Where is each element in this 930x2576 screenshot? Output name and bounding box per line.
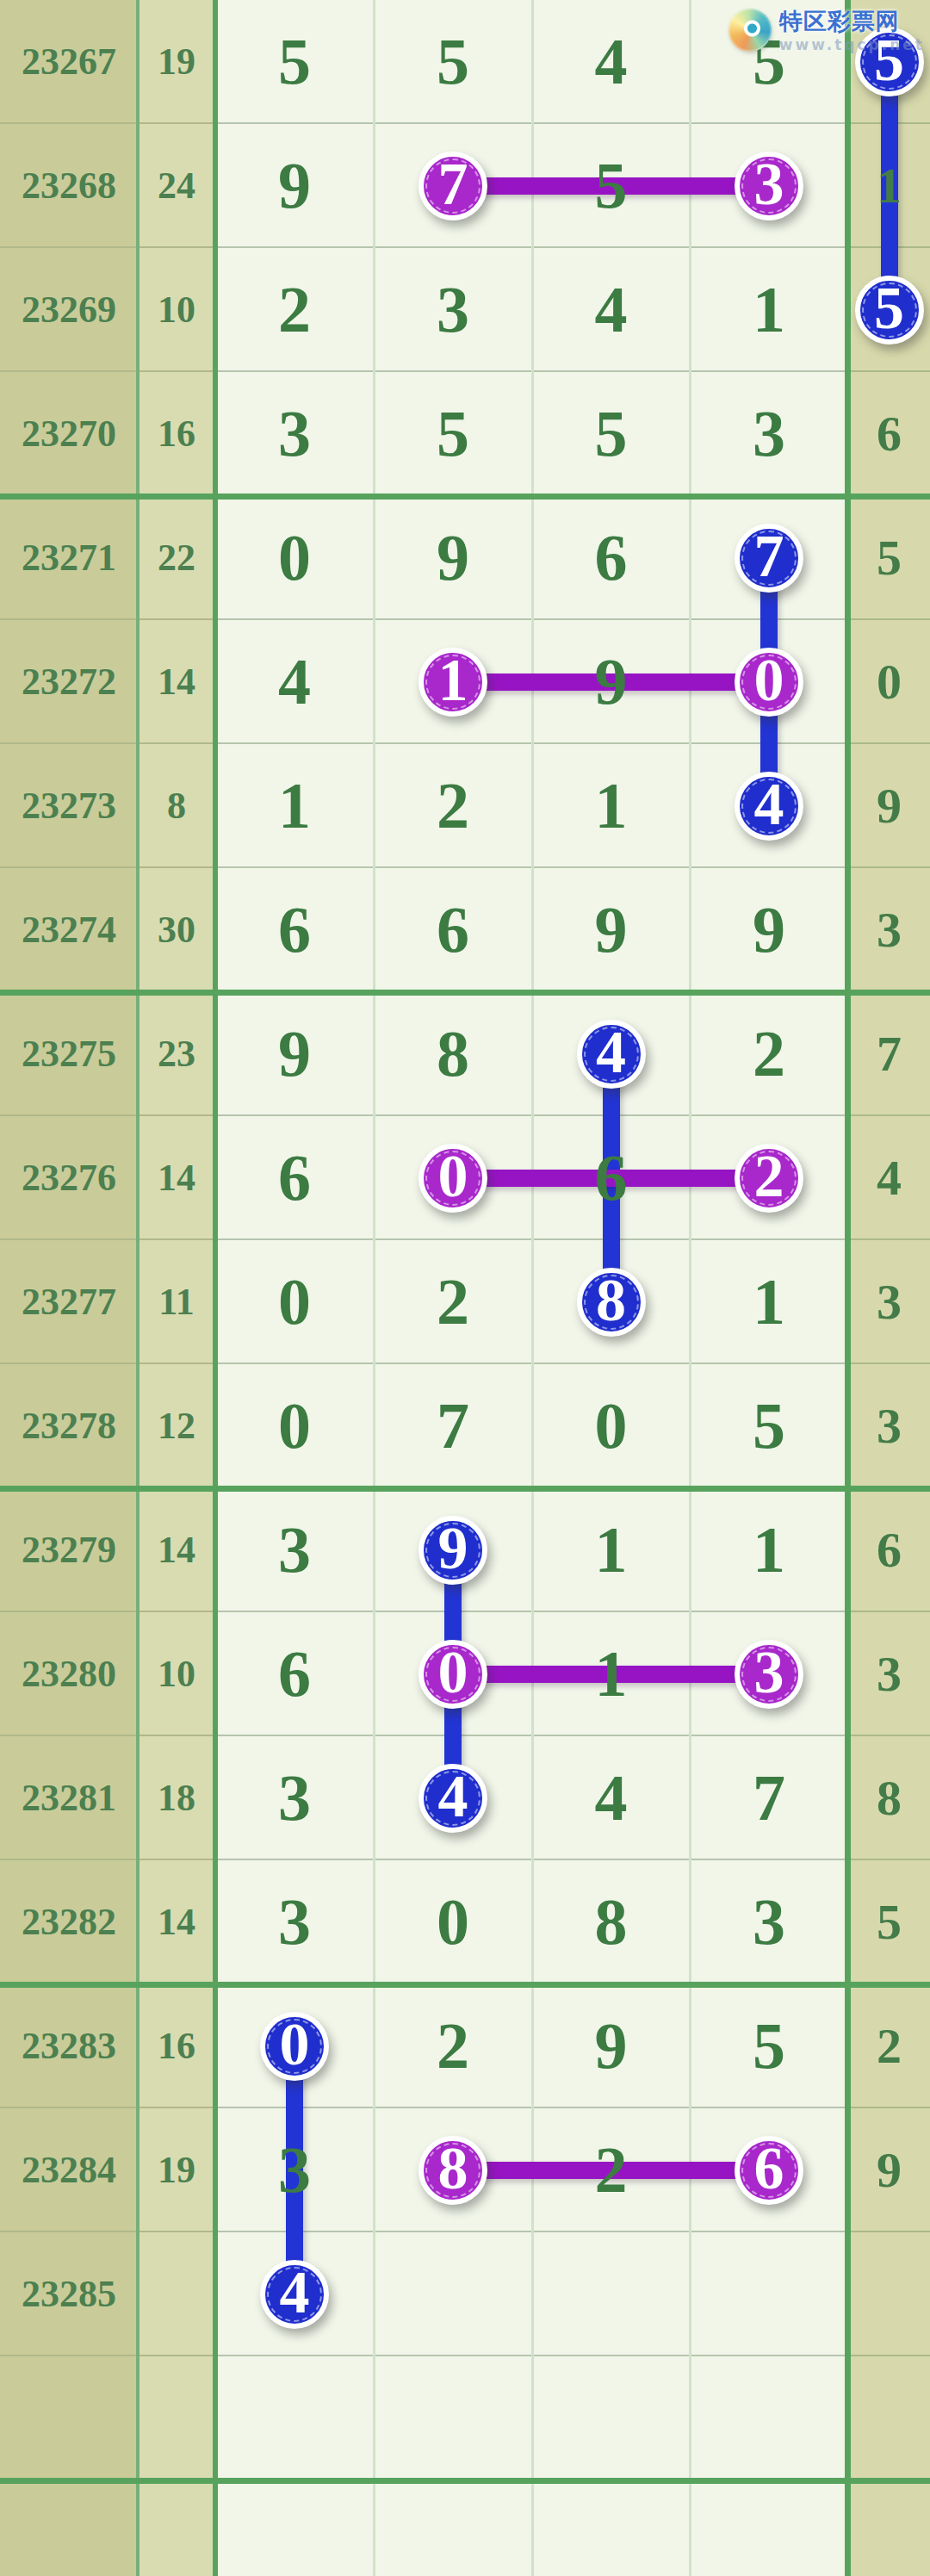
- cell-period-23281: 23281: [0, 1736, 138, 1860]
- purple-circle-mark: 6: [735, 2136, 803, 2205]
- purple-circle-mark: 3: [735, 152, 803, 220]
- drawn-digit: 5: [753, 2008, 785, 2083]
- cell-f-empty-20: [848, 2480, 930, 2576]
- cell-sum-23267: 19: [138, 0, 215, 124]
- cell-d4-23282: 3: [690, 1860, 848, 1984]
- sum-value: 19: [158, 40, 195, 84]
- drawn-digit: 2: [437, 1264, 469, 1339]
- cell-f-23274: 3: [848, 868, 930, 992]
- cell-d2-23277: 2: [374, 1240, 532, 1364]
- cell-d1-23271: 0: [215, 496, 374, 620]
- period-label: 23274: [22, 908, 116, 952]
- cell-d4-23281: 7: [690, 1736, 848, 1860]
- cell-sum-23285: [138, 2232, 215, 2356]
- lottery-trend-chart-board: 2326719554552326824975312326910234152327…: [0, 0, 930, 2576]
- drawn-digit: 9: [753, 892, 785, 967]
- drawn-digit: 6: [877, 1521, 902, 1579]
- sum-value: 11: [158, 1280, 195, 1324]
- drawn-digit: 9: [278, 1016, 311, 1091]
- cell-d2-23285: [374, 2232, 532, 2356]
- cell-d1-23279: 3: [215, 1488, 374, 1612]
- cell-d4-23283: 5: [690, 1984, 848, 2108]
- cell-sum-23269: 10: [138, 248, 215, 372]
- drawn-digit: 6: [278, 892, 311, 967]
- purple-circle-mark: 3: [735, 1640, 803, 1709]
- group-divider: [0, 990, 930, 996]
- cell-d3-23274: 9: [532, 868, 690, 992]
- cell-d3-23271: 6: [532, 496, 690, 620]
- drawn-digit: 0: [278, 520, 311, 595]
- cell-d2-23274: 6: [374, 868, 532, 992]
- drawn-digit: 2: [437, 2008, 469, 2083]
- drawn-digit: 5: [877, 1893, 902, 1951]
- drawn-digit: 6: [437, 892, 469, 967]
- cell-sum-23277: 11: [138, 1240, 215, 1364]
- drawn-digit: 8: [877, 1769, 902, 1827]
- cell-sum-empty-20: [138, 2480, 215, 2576]
- circled-digit: 8: [438, 2138, 468, 2199]
- sum-value: 24: [158, 164, 195, 208]
- cell-d1-23267: 5: [215, 0, 374, 124]
- sum-value: 14: [158, 660, 195, 704]
- sum-value: 14: [158, 1156, 195, 1200]
- circled-digit: 2: [754, 1146, 784, 1207]
- drawn-digit: 5: [595, 396, 628, 471]
- cell-period-empty-19: [0, 2356, 138, 2480]
- cell-d3-23281: 4: [532, 1736, 690, 1860]
- cell-d4-23277: 1: [690, 1240, 848, 1364]
- drawn-digit: 3: [753, 1884, 785, 1959]
- cell-d1-23272: 4: [215, 620, 374, 744]
- drawn-digit: 7: [877, 1025, 902, 1083]
- cell-period-23280: 23280: [0, 1612, 138, 1736]
- drawn-digit: 5: [278, 24, 311, 99]
- cell-sum-23271: 22: [138, 496, 215, 620]
- drawn-digit: 3: [278, 2132, 311, 2207]
- drawn-digit: 8: [437, 1016, 469, 1091]
- cell-d3-23273: 1: [532, 744, 690, 868]
- cell-f-23284: 9: [848, 2108, 930, 2232]
- cell-d1-23280: 6: [215, 1612, 374, 1736]
- sum-value: 12: [158, 1404, 195, 1448]
- cell-period-23270: 23270: [0, 372, 138, 496]
- sum-value: 10: [158, 288, 195, 332]
- drawn-digit: 5: [437, 24, 469, 99]
- cell-d1-23274: 6: [215, 868, 374, 992]
- purple-circle-mark: 0: [418, 1144, 487, 1213]
- blue-circle-mark: 4: [735, 772, 803, 841]
- drawn-digit: 9: [877, 777, 902, 835]
- cell-period-23282: 23282: [0, 1860, 138, 1984]
- cell-period-empty-20: [0, 2480, 138, 2576]
- period-label: 23278: [22, 1404, 116, 1448]
- cell-f-23275: 7: [848, 992, 930, 1116]
- circled-digit: 8: [596, 1270, 626, 1331]
- column-separator: [531, 0, 534, 2576]
- cell-d4-23285: [690, 2232, 848, 2356]
- cell-period-23278: 23278: [0, 1364, 138, 1488]
- drawn-digit: 3: [753, 396, 785, 471]
- period-label: 23281: [22, 1776, 116, 1820]
- drawn-digit: 5: [753, 1388, 785, 1463]
- drawn-digit: 9: [437, 520, 469, 595]
- sum-value: 16: [158, 2024, 195, 2068]
- drawn-digit: 3: [437, 272, 469, 347]
- sum-value: 18: [158, 1776, 195, 1820]
- sum-value: 30: [158, 908, 195, 952]
- drawn-digit: 2: [877, 2017, 902, 2075]
- drawn-digit: 3: [877, 1397, 902, 1455]
- drawn-digit: 6: [278, 1140, 311, 1215]
- circled-digit: 4: [438, 1766, 468, 1827]
- circled-digit: 7: [754, 526, 784, 587]
- cell-d3-empty-19: [532, 2356, 690, 2480]
- drawn-digit: 4: [278, 644, 311, 719]
- cell-period-23269: 23269: [0, 248, 138, 372]
- drawn-digit: 4: [877, 1149, 902, 1207]
- cell-d1-23277: 0: [215, 1240, 374, 1364]
- drawn-digit: 0: [278, 1264, 311, 1339]
- cell-f-23285: [848, 2232, 930, 2356]
- drawn-digit: 3: [278, 396, 311, 471]
- cell-d4-23278: 5: [690, 1364, 848, 1488]
- cell-d2-23283: 2: [374, 1984, 532, 2108]
- drawn-digit: 1: [278, 768, 311, 843]
- blue-circle-mark: 5: [855, 276, 924, 345]
- purple-circle-mark: 0: [418, 1640, 487, 1709]
- cell-sum-23284: 19: [138, 2108, 215, 2232]
- drawn-digit: 5: [877, 529, 902, 587]
- column-separator: [373, 0, 375, 2576]
- cell-sum-23270: 16: [138, 372, 215, 496]
- drawn-digit: 3: [877, 1645, 902, 1703]
- cell-period-23267: 23267: [0, 0, 138, 124]
- drawn-digit: 6: [595, 520, 628, 595]
- cell-period-23276: 23276: [0, 1116, 138, 1240]
- cell-d4-23279: 1: [690, 1488, 848, 1612]
- drawn-digit: 1: [595, 1512, 628, 1587]
- circled-digit: 3: [754, 154, 784, 214]
- site-logo: 特区彩票网 www.tqcp.net: [728, 9, 925, 53]
- cell-period-23272: 23272: [0, 620, 138, 744]
- cell-period-23271: 23271: [0, 496, 138, 620]
- drawn-digit: 9: [877, 2141, 902, 2199]
- sum-value: 14: [158, 1900, 195, 1944]
- cell-sum-23273: 8: [138, 744, 215, 868]
- drawn-digit: 2: [278, 272, 311, 347]
- cell-d2-23267: 5: [374, 0, 532, 124]
- circled-digit: 1: [438, 650, 468, 711]
- purple-circle-mark: 1: [418, 648, 487, 717]
- period-label: 23270: [22, 412, 116, 456]
- group-divider: [0, 1486, 930, 1492]
- cell-f-23282: 5: [848, 1860, 930, 1984]
- drawn-digit: 1: [753, 1264, 785, 1339]
- cell-d3-23269: 4: [532, 248, 690, 372]
- group-divider: [0, 1982, 930, 1988]
- cell-d2-23269: 3: [374, 248, 532, 372]
- cell-d3-23279: 1: [532, 1488, 690, 1612]
- cell-d2-23270: 5: [374, 372, 532, 496]
- drawn-digit: 5: [437, 396, 469, 471]
- cell-sum-23278: 12: [138, 1364, 215, 1488]
- cell-period-23279: 23279: [0, 1488, 138, 1612]
- drawn-digit: 9: [595, 2008, 628, 2083]
- cell-d4-23270: 3: [690, 372, 848, 496]
- drawn-digit: 4: [595, 272, 628, 347]
- blue-circle-mark: 9: [418, 1516, 487, 1585]
- cell-d3-23267: 4: [532, 0, 690, 124]
- circled-digit: 0: [754, 650, 784, 711]
- cell-f-23271: 5: [848, 496, 930, 620]
- site-name: 特区彩票网: [779, 9, 925, 34]
- cell-sum-23282: 14: [138, 1860, 215, 1984]
- cell-d3-23283: 9: [532, 1984, 690, 2108]
- sum-value: 16: [158, 412, 195, 456]
- drawn-digit: 2: [437, 768, 469, 843]
- drawn-digit: 9: [595, 892, 628, 967]
- period-label: 23272: [22, 660, 116, 704]
- site-watermark: www.tqcp.net: [779, 36, 925, 53]
- cell-d4-empty-19: [690, 2356, 848, 2480]
- cell-sum-23274: 30: [138, 868, 215, 992]
- blue-circle-mark: 8: [577, 1268, 646, 1337]
- logo-text-block: 特区彩票网 www.tqcp.net: [779, 9, 925, 53]
- cell-sum-23272: 14: [138, 620, 215, 744]
- cell-period-23277: 23277: [0, 1240, 138, 1364]
- cell-period-23275: 23275: [0, 992, 138, 1116]
- drawn-digit: 3: [278, 1884, 311, 1959]
- cell-f-23278: 3: [848, 1364, 930, 1488]
- cell-sum-23283: 16: [138, 1984, 215, 2108]
- cell-f-23276: 4: [848, 1116, 930, 1240]
- blue-circle-mark: 4: [260, 2260, 329, 2329]
- drawn-digit: 3: [278, 1760, 311, 1835]
- drawn-digit: 7: [437, 1388, 469, 1463]
- drawn-digit: 3: [877, 901, 902, 959]
- drawn-digit: 8: [595, 1884, 628, 1959]
- column-separator: [213, 0, 218, 2576]
- drawn-digit: 0: [595, 1388, 628, 1463]
- drawn-digit: 4: [595, 1760, 628, 1835]
- cell-d4-23274: 9: [690, 868, 848, 992]
- blue-circle-mark: 7: [735, 524, 803, 593]
- period-label: 23282: [22, 1900, 116, 1944]
- rainbow-spiral-icon: [728, 9, 772, 52]
- circled-digit: 9: [438, 1518, 468, 1579]
- cell-sum-23279: 14: [138, 1488, 215, 1612]
- cell-d2-23282: 0: [374, 1860, 532, 1984]
- cell-sum-23281: 18: [138, 1736, 215, 1860]
- cell-d1-23276: 6: [215, 1116, 374, 1240]
- drawn-digit: 1: [595, 1636, 628, 1711]
- period-label: 23271: [22, 536, 116, 580]
- cell-d2-empty-20: [374, 2480, 532, 2576]
- sum-value: 8: [167, 784, 186, 828]
- blue-circle-mark: 0: [260, 2012, 329, 2081]
- period-label: 23277: [22, 1280, 116, 1324]
- cell-d4-23269: 1: [690, 248, 848, 372]
- drawn-digit: 0: [278, 1388, 311, 1463]
- cell-d3-empty-20: [532, 2480, 690, 2576]
- purple-circle-mark: 0: [735, 648, 803, 717]
- drawn-digit: 9: [595, 644, 628, 719]
- cell-period-23283: 23283: [0, 1984, 138, 2108]
- circled-digit: 6: [754, 2138, 784, 2199]
- drawn-digit: 5: [595, 148, 628, 223]
- purple-circle-mark: 7: [418, 152, 487, 220]
- cell-f-23270: 6: [848, 372, 930, 496]
- drawn-digit: 2: [595, 2132, 628, 2207]
- cell-d4-23275: 2: [690, 992, 848, 1116]
- sum-value: 23: [158, 1032, 195, 1076]
- cell-sum-23268: 24: [138, 124, 215, 248]
- cell-d2-23271: 9: [374, 496, 532, 620]
- cell-sum-23280: 10: [138, 1612, 215, 1736]
- cell-d1-empty-20: [215, 2480, 374, 2576]
- column-separator: [136, 0, 139, 2576]
- drawn-digit: 0: [877, 653, 902, 711]
- group-divider: [0, 493, 930, 500]
- drawn-digit: 1: [595, 768, 628, 843]
- period-label: 23275: [22, 1032, 116, 1076]
- drawn-digit: 2: [753, 1016, 785, 1091]
- circled-digit: 0: [438, 1642, 468, 1703]
- period-label: 23267: [22, 40, 116, 84]
- cell-d1-23273: 1: [215, 744, 374, 868]
- circled-digit: 3: [754, 1642, 784, 1703]
- cell-d2-23273: 2: [374, 744, 532, 868]
- cell-d1-23282: 3: [215, 1860, 374, 1984]
- drawn-digit: 6: [877, 405, 902, 462]
- drawn-digit: 9: [278, 148, 311, 223]
- drawn-digit: 3: [877, 1273, 902, 1331]
- cell-d3-23285: [532, 2232, 690, 2356]
- cell-d1-23278: 0: [215, 1364, 374, 1488]
- cell-d1-23268: 9: [215, 124, 374, 248]
- circled-digit: 4: [596, 1022, 626, 1083]
- cell-period-23284: 23284: [0, 2108, 138, 2232]
- period-label: 23276: [22, 1156, 116, 1200]
- drawn-digit: 3: [278, 1512, 311, 1587]
- period-label: 23284: [22, 2148, 116, 2192]
- circled-digit: 0: [280, 2014, 310, 2075]
- cell-d2-23278: 7: [374, 1364, 532, 1488]
- cell-d2-empty-19: [374, 2356, 532, 2480]
- sum-value: 22: [158, 536, 195, 580]
- period-label: 23279: [22, 1528, 116, 1572]
- cell-f-23273: 9: [848, 744, 930, 868]
- period-label: 23283: [22, 2024, 116, 2068]
- circled-digit: 5: [874, 278, 904, 338]
- cell-sum-empty-19: [138, 2356, 215, 2480]
- cell-d1-empty-19: [215, 2356, 374, 2480]
- drawn-digit: 1: [753, 272, 785, 347]
- blue-circle-mark: 4: [418, 1764, 487, 1833]
- cell-f-23281: 8: [848, 1736, 930, 1860]
- cell-f-23280: 3: [848, 1612, 930, 1736]
- blue-circle-mark: 4: [577, 1020, 646, 1089]
- cell-sum-23275: 23: [138, 992, 215, 1116]
- cell-period-23274: 23274: [0, 868, 138, 992]
- cell-period-23273: 23273: [0, 744, 138, 868]
- column-separator: [845, 0, 851, 2576]
- group-divider: [0, 2478, 930, 2484]
- period-label: 23269: [22, 288, 116, 332]
- sum-value: 19: [158, 2148, 195, 2192]
- drawn-digit: 6: [595, 1140, 628, 1215]
- cell-period-23285: 23285: [0, 2232, 138, 2356]
- cell-f-empty-19: [848, 2356, 930, 2480]
- cell-f-23277: 3: [848, 1240, 930, 1364]
- period-label: 23285: [22, 2272, 116, 2316]
- cell-period-23268: 23268: [0, 124, 138, 248]
- period-label: 23268: [22, 164, 116, 208]
- cell-d3-23270: 5: [532, 372, 690, 496]
- cell-f-23279: 6: [848, 1488, 930, 1612]
- circled-digit: 4: [280, 2263, 310, 2323]
- cell-d1-23270: 3: [215, 372, 374, 496]
- cell-d3-23278: 0: [532, 1364, 690, 1488]
- drawn-digit: 1: [753, 1512, 785, 1587]
- purple-circle-mark: 8: [418, 2136, 487, 2205]
- cell-f-23272: 0: [848, 620, 930, 744]
- cell-d1-23281: 3: [215, 1736, 374, 1860]
- circled-digit: 4: [754, 774, 784, 835]
- circled-digit: 7: [438, 154, 468, 214]
- cell-d4-empty-20: [690, 2480, 848, 2576]
- drawn-digit: 1: [877, 157, 902, 214]
- cell-sum-23276: 14: [138, 1116, 215, 1240]
- period-label: 23273: [22, 784, 116, 828]
- cell-d1-23275: 9: [215, 992, 374, 1116]
- cell-d3-23282: 8: [532, 1860, 690, 1984]
- drawn-digit: 7: [753, 1760, 785, 1835]
- drawn-digit: 0: [437, 1884, 469, 1959]
- purple-circle-mark: 2: [735, 1144, 803, 1213]
- circled-digit: 0: [438, 1146, 468, 1207]
- sum-value: 14: [158, 1528, 195, 1572]
- sum-value: 10: [158, 1652, 195, 1696]
- cell-d2-23275: 8: [374, 992, 532, 1116]
- cell-f-23283: 2: [848, 1984, 930, 2108]
- period-label: 23280: [22, 1652, 116, 1696]
- cell-d1-23269: 2: [215, 248, 374, 372]
- drawn-digit: 6: [278, 1636, 311, 1711]
- drawn-digit: 4: [595, 24, 628, 99]
- column-separator: [689, 0, 691, 2576]
